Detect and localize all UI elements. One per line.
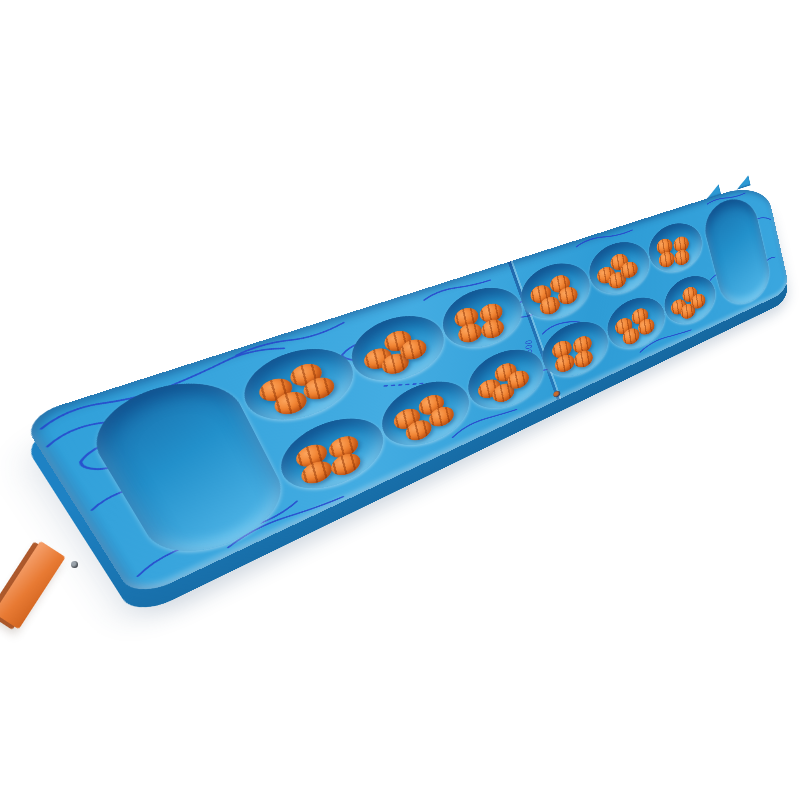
latch[interactable] xyxy=(0,541,66,629)
hinge-tab-2 xyxy=(734,175,750,189)
mancala-board: 500 600 xyxy=(20,180,790,600)
latch-screw xyxy=(71,561,78,568)
product-photo-scene: 500 600 xyxy=(0,0,800,800)
